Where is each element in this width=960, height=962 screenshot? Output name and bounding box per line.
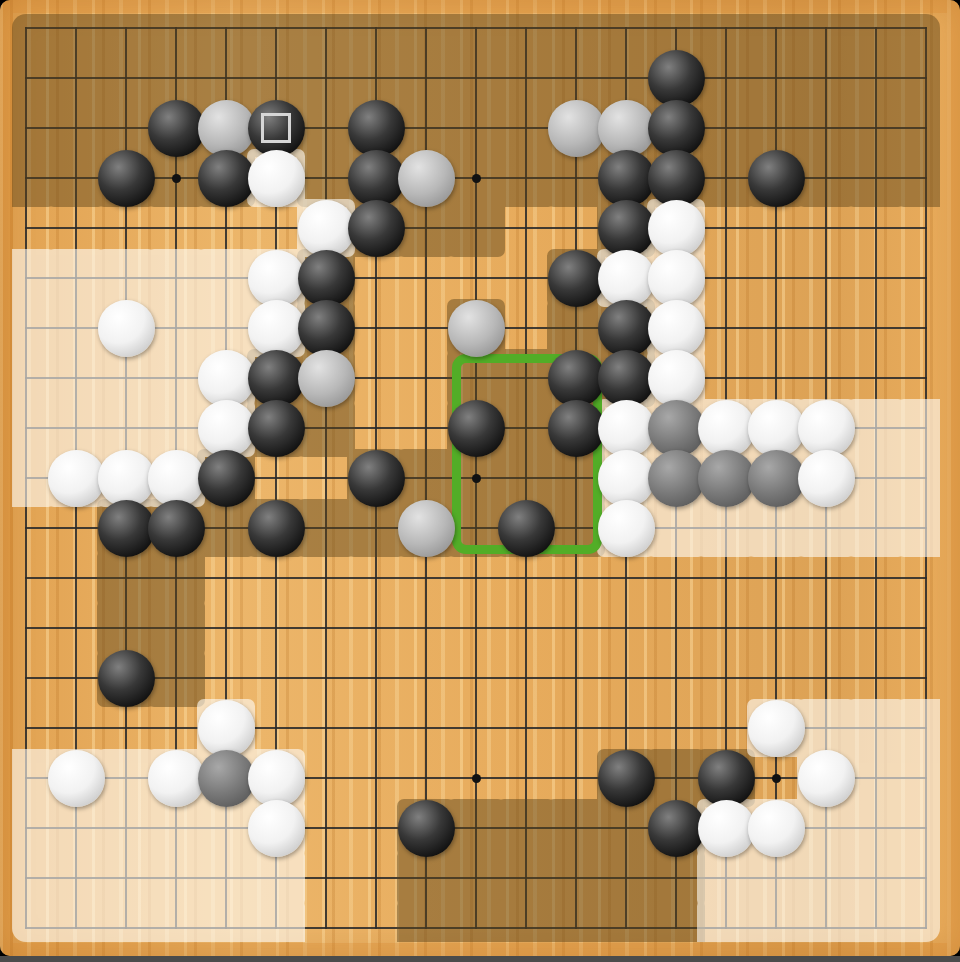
stone-black[interactable] — [298, 250, 355, 307]
stone-black[interactable] — [248, 350, 305, 407]
stone-white[interactable] — [698, 400, 755, 457]
stone-black[interactable] — [598, 200, 655, 257]
white-area-cell — [897, 499, 940, 557]
stone-white[interactable] — [198, 350, 255, 407]
stone-black[interactable] — [148, 100, 205, 157]
stone-white[interactable] — [648, 200, 705, 257]
stone-black[interactable] — [248, 400, 305, 457]
stone-white[interactable] — [748, 700, 805, 757]
stone-white[interactable] — [798, 750, 855, 807]
stone-white[interactable] — [98, 300, 155, 357]
stone-black[interactable] — [448, 400, 505, 457]
stone-white[interactable] — [198, 700, 255, 757]
stone-black[interactable] — [348, 100, 405, 157]
stone-dead-white[interactable] — [398, 150, 455, 207]
stone-black[interactable] — [348, 450, 405, 507]
stone-black[interactable] — [648, 800, 705, 857]
stone-black[interactable] — [348, 200, 405, 257]
stone-black[interactable] — [748, 150, 805, 207]
stone-dead-white[interactable] — [548, 100, 605, 157]
stone-white[interactable] — [748, 400, 805, 457]
bottom-bar — [0, 956, 960, 962]
stone-white[interactable] — [198, 400, 255, 457]
stone-dead-white[interactable] — [398, 500, 455, 557]
stone-black[interactable] — [98, 150, 155, 207]
stone-dead-black[interactable] — [648, 400, 705, 457]
stone-dead-white[interactable] — [448, 300, 505, 357]
stone-black[interactable] — [498, 500, 555, 557]
stone-white[interactable] — [48, 750, 105, 807]
stone-white[interactable] — [248, 150, 305, 207]
white-area-cell — [247, 899, 305, 942]
stone-white[interactable] — [248, 250, 305, 307]
white-area-cell — [897, 899, 940, 942]
stone-dead-white[interactable] — [198, 100, 255, 157]
stone-white[interactable] — [298, 200, 355, 257]
star-point — [772, 774, 781, 783]
stone-white[interactable] — [248, 300, 305, 357]
stone-black[interactable] — [348, 150, 405, 207]
stone-white[interactable] — [248, 750, 305, 807]
star-point — [472, 774, 481, 783]
star-point — [472, 174, 481, 183]
stone-white[interactable] — [148, 450, 205, 507]
stone-black[interactable] — [548, 350, 605, 407]
stone-white[interactable] — [798, 400, 855, 457]
stone-black[interactable] — [148, 500, 205, 557]
stone-black[interactable] — [248, 500, 305, 557]
stone-dead-black[interactable] — [698, 450, 755, 507]
stone-white[interactable] — [798, 450, 855, 507]
stone-black[interactable] — [648, 100, 705, 157]
stone-dead-black[interactable] — [648, 450, 705, 507]
star-point — [172, 174, 181, 183]
stone-black[interactable] — [398, 800, 455, 857]
stone-white[interactable] — [598, 400, 655, 457]
stone-black[interactable] — [198, 450, 255, 507]
stone-black[interactable] — [298, 300, 355, 357]
stone-black[interactable] — [98, 500, 155, 557]
stone-white[interactable] — [648, 350, 705, 407]
stone-black[interactable] — [598, 750, 655, 807]
stone-black[interactable] — [648, 150, 705, 207]
stone-white[interactable] — [598, 500, 655, 557]
stone-dead-white[interactable] — [598, 100, 655, 157]
go-board[interactable] — [0, 0, 960, 956]
stone-white[interactable] — [248, 800, 305, 857]
stone-black[interactable] — [598, 350, 655, 407]
stone-white[interactable] — [748, 800, 805, 857]
stone-black[interactable] — [598, 300, 655, 357]
stone-white[interactable] — [98, 450, 155, 507]
stone-white[interactable] — [698, 800, 755, 857]
stone-black[interactable] — [198, 150, 255, 207]
stone-white[interactable] — [648, 300, 705, 357]
stone-black[interactable] — [648, 50, 705, 107]
stone-black[interactable] — [548, 250, 605, 307]
stone-white[interactable] — [48, 450, 105, 507]
stone-dead-white[interactable] — [298, 350, 355, 407]
stone-black[interactable] — [548, 400, 605, 457]
square-marker — [261, 113, 291, 143]
stone-white[interactable] — [598, 450, 655, 507]
stone-white[interactable] — [148, 750, 205, 807]
stone-white[interactable] — [648, 250, 705, 307]
stone-dead-black[interactable] — [748, 450, 805, 507]
stone-dead-black[interactable] — [198, 750, 255, 807]
stone-black[interactable] — [698, 750, 755, 807]
stone-black[interactable] — [98, 650, 155, 707]
stone-white[interactable] — [598, 250, 655, 307]
stone-black[interactable] — [598, 150, 655, 207]
